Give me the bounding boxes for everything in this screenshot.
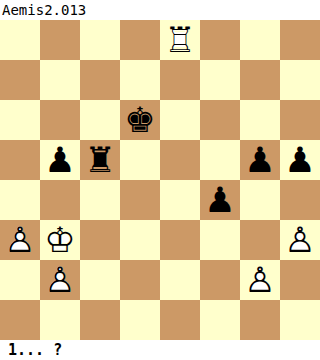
square-d1[interactable]: [120, 300, 160, 340]
square-d8[interactable]: [120, 20, 160, 60]
piece-black-rook-c5[interactable]: ♜: [80, 140, 120, 180]
square-h6[interactable]: [280, 100, 320, 140]
white-pawn-fill: ♟: [280, 220, 320, 260]
square-h8[interactable]: [280, 20, 320, 60]
piece-black-pawn-f4[interactable]: ♟: [200, 180, 240, 220]
white-pawn-fill: ♟: [40, 260, 80, 300]
move-prompt: 1... ?: [8, 340, 62, 360]
square-b1[interactable]: [40, 300, 80, 340]
piece-white-rook-e8[interactable]: ♖: [160, 20, 200, 60]
square-c3[interactable]: [80, 220, 120, 260]
square-h3[interactable]: ♟♙: [280, 220, 320, 260]
square-b3[interactable]: ♚♔: [40, 220, 80, 260]
square-c5[interactable]: ♜: [80, 140, 120, 180]
piece-white-pawn-h3[interactable]: ♙: [280, 220, 320, 260]
piece-black-pawn-g5[interactable]: ♟: [240, 140, 280, 180]
chess-board: ♜♖♚♟♜♟♟♟♟♙♚♔♟♙♟♙♟♙: [0, 20, 320, 340]
square-a7[interactable]: [0, 60, 40, 100]
square-f7[interactable]: [200, 60, 240, 100]
piece-white-pawn-b2[interactable]: ♙: [40, 260, 80, 300]
square-a8[interactable]: [0, 20, 40, 60]
square-f1[interactable]: [200, 300, 240, 340]
white-king-fill: ♚: [40, 220, 80, 260]
chess-diagram-window: Aemis2.013 ♜♖♚♟♜♟♟♟♟♙♚♔♟♙♟♙♟♙ 1... ?: [0, 0, 320, 360]
square-b5[interactable]: ♟: [40, 140, 80, 180]
square-g6[interactable]: [240, 100, 280, 140]
square-c1[interactable]: [80, 300, 120, 340]
square-a3[interactable]: ♟♙: [0, 220, 40, 260]
square-g8[interactable]: [240, 20, 280, 60]
white-pawn-fill: ♟: [240, 260, 280, 300]
piece-black-pawn-b5[interactable]: ♟: [40, 140, 80, 180]
square-g5[interactable]: ♟: [240, 140, 280, 180]
square-f6[interactable]: [200, 100, 240, 140]
white-rook-fill: ♜: [160, 20, 200, 60]
piece-white-pawn-g2[interactable]: ♙: [240, 260, 280, 300]
square-b4[interactable]: [40, 180, 80, 220]
square-h2[interactable]: [280, 260, 320, 300]
square-b6[interactable]: [40, 100, 80, 140]
piece-black-king-d6[interactable]: ♚: [120, 100, 160, 140]
square-e1[interactable]: [160, 300, 200, 340]
square-c4[interactable]: [80, 180, 120, 220]
square-d6[interactable]: ♚: [120, 100, 160, 140]
square-c6[interactable]: [80, 100, 120, 140]
square-g4[interactable]: [240, 180, 280, 220]
diagram-title: Aemis2.013: [2, 2, 86, 20]
square-c8[interactable]: [80, 20, 120, 60]
square-d7[interactable]: [120, 60, 160, 100]
square-b2[interactable]: ♟♙: [40, 260, 80, 300]
square-g3[interactable]: [240, 220, 280, 260]
square-e5[interactable]: [160, 140, 200, 180]
square-a6[interactable]: [0, 100, 40, 140]
square-f2[interactable]: [200, 260, 240, 300]
square-a4[interactable]: [0, 180, 40, 220]
square-c2[interactable]: [80, 260, 120, 300]
square-b8[interactable]: [40, 20, 80, 60]
square-g7[interactable]: [240, 60, 280, 100]
square-d3[interactable]: [120, 220, 160, 260]
square-f8[interactable]: [200, 20, 240, 60]
square-d2[interactable]: [120, 260, 160, 300]
square-c7[interactable]: [80, 60, 120, 100]
square-e8[interactable]: ♜♖: [160, 20, 200, 60]
square-h7[interactable]: [280, 60, 320, 100]
piece-white-king-b3[interactable]: ♔: [40, 220, 80, 260]
piece-white-pawn-a3[interactable]: ♙: [0, 220, 40, 260]
square-d5[interactable]: [120, 140, 160, 180]
square-h5[interactable]: ♟: [280, 140, 320, 180]
square-e6[interactable]: [160, 100, 200, 140]
piece-black-pawn-h5[interactable]: ♟: [280, 140, 320, 180]
square-h4[interactable]: [280, 180, 320, 220]
square-e4[interactable]: [160, 180, 200, 220]
square-a1[interactable]: [0, 300, 40, 340]
square-a5[interactable]: [0, 140, 40, 180]
square-e2[interactable]: [160, 260, 200, 300]
square-h1[interactable]: [280, 300, 320, 340]
square-e7[interactable]: [160, 60, 200, 100]
square-b7[interactable]: [40, 60, 80, 100]
square-d4[interactable]: [120, 180, 160, 220]
square-a2[interactable]: [0, 260, 40, 300]
square-f4[interactable]: ♟: [200, 180, 240, 220]
square-e3[interactable]: [160, 220, 200, 260]
white-pawn-fill: ♟: [0, 220, 40, 260]
square-g2[interactable]: ♟♙: [240, 260, 280, 300]
square-f3[interactable]: [200, 220, 240, 260]
square-f5[interactable]: [200, 140, 240, 180]
square-g1[interactable]: [240, 300, 280, 340]
